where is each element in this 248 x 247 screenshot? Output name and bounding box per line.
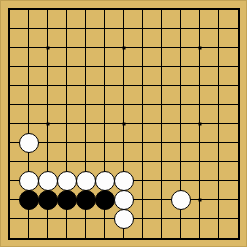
intersection[interactable] bbox=[153, 115, 172, 134]
intersection[interactable] bbox=[20, 20, 39, 39]
intersection[interactable] bbox=[1, 210, 20, 229]
white-stone[interactable] bbox=[38, 171, 58, 191]
intersection[interactable] bbox=[77, 1, 96, 20]
intersection[interactable] bbox=[1, 77, 20, 96]
intersection[interactable] bbox=[191, 77, 210, 96]
black-stone[interactable] bbox=[19, 190, 39, 210]
star-point bbox=[47, 123, 50, 126]
white-stone[interactable] bbox=[114, 209, 134, 229]
intersection[interactable] bbox=[191, 210, 210, 229]
intersection[interactable] bbox=[96, 39, 115, 58]
white-stone[interactable] bbox=[114, 171, 134, 191]
intersection[interactable] bbox=[115, 229, 134, 247]
intersection[interactable] bbox=[153, 58, 172, 77]
intersection[interactable] bbox=[115, 115, 134, 134]
intersection[interactable] bbox=[20, 115, 39, 134]
intersection[interactable] bbox=[96, 77, 115, 96]
intersection[interactable] bbox=[39, 191, 58, 210]
intersection[interactable] bbox=[39, 153, 58, 172]
intersection[interactable] bbox=[153, 210, 172, 229]
intersection[interactable] bbox=[134, 96, 153, 115]
intersection[interactable] bbox=[115, 77, 134, 96]
intersection[interactable] bbox=[229, 191, 248, 210]
intersection[interactable] bbox=[134, 1, 153, 20]
intersection[interactable] bbox=[153, 134, 172, 153]
white-stone[interactable] bbox=[19, 133, 39, 153]
intersection[interactable] bbox=[115, 153, 134, 172]
star-point bbox=[123, 47, 126, 50]
intersection[interactable] bbox=[172, 153, 191, 172]
intersection[interactable] bbox=[134, 115, 153, 134]
intersection[interactable] bbox=[39, 77, 58, 96]
intersection[interactable] bbox=[77, 39, 96, 58]
intersection[interactable] bbox=[172, 210, 191, 229]
intersection[interactable] bbox=[1, 191, 20, 210]
intersection[interactable] bbox=[58, 115, 77, 134]
intersection[interactable] bbox=[191, 134, 210, 153]
intersection[interactable] bbox=[58, 191, 77, 210]
star-point bbox=[123, 123, 126, 126]
intersection[interactable] bbox=[77, 96, 96, 115]
intersection[interactable] bbox=[134, 20, 153, 39]
intersection[interactable] bbox=[172, 134, 191, 153]
intersection[interactable] bbox=[77, 20, 96, 39]
intersection[interactable] bbox=[39, 1, 58, 20]
intersection[interactable] bbox=[115, 134, 134, 153]
intersection[interactable] bbox=[20, 39, 39, 58]
intersection[interactable] bbox=[20, 153, 39, 172]
intersection[interactable] bbox=[210, 153, 229, 172]
intersection[interactable] bbox=[77, 191, 96, 210]
intersection[interactable] bbox=[210, 1, 229, 20]
intersection[interactable] bbox=[115, 58, 134, 77]
intersection[interactable] bbox=[191, 39, 210, 58]
intersection[interactable] bbox=[115, 191, 134, 210]
intersection[interactable] bbox=[77, 77, 96, 96]
intersection[interactable] bbox=[39, 96, 58, 115]
intersection[interactable] bbox=[1, 58, 20, 77]
intersection[interactable] bbox=[58, 229, 77, 247]
intersection[interactable] bbox=[229, 134, 248, 153]
intersection[interactable] bbox=[96, 96, 115, 115]
intersection[interactable] bbox=[172, 58, 191, 77]
intersection[interactable] bbox=[58, 96, 77, 115]
intersection[interactable] bbox=[20, 172, 39, 191]
intersection[interactable] bbox=[1, 39, 20, 58]
intersection[interactable] bbox=[153, 229, 172, 247]
intersection[interactable] bbox=[58, 153, 77, 172]
intersection[interactable] bbox=[172, 229, 191, 247]
black-stone[interactable] bbox=[95, 190, 115, 210]
intersection[interactable] bbox=[77, 134, 96, 153]
intersection[interactable] bbox=[134, 134, 153, 153]
intersection[interactable] bbox=[229, 210, 248, 229]
intersection[interactable] bbox=[39, 229, 58, 247]
intersection[interactable] bbox=[191, 1, 210, 20]
intersection[interactable] bbox=[39, 58, 58, 77]
intersection[interactable] bbox=[1, 1, 20, 20]
intersection[interactable] bbox=[1, 153, 20, 172]
go-board-diagram bbox=[0, 0, 247, 247]
intersection[interactable] bbox=[58, 1, 77, 20]
intersection[interactable] bbox=[115, 96, 134, 115]
intersection[interactable] bbox=[39, 210, 58, 229]
intersection[interactable] bbox=[172, 96, 191, 115]
star-point bbox=[47, 47, 50, 50]
intersection[interactable] bbox=[191, 172, 210, 191]
intersection[interactable] bbox=[229, 77, 248, 96]
intersection[interactable] bbox=[229, 1, 248, 20]
intersection[interactable] bbox=[134, 153, 153, 172]
intersection[interactable] bbox=[96, 191, 115, 210]
intersection[interactable] bbox=[191, 115, 210, 134]
white-stone[interactable] bbox=[95, 171, 115, 191]
intersection[interactable] bbox=[210, 191, 229, 210]
intersection[interactable] bbox=[210, 229, 229, 247]
intersection[interactable] bbox=[58, 210, 77, 229]
intersection[interactable] bbox=[191, 58, 210, 77]
intersection[interactable] bbox=[20, 229, 39, 247]
intersection[interactable] bbox=[77, 172, 96, 191]
star-point bbox=[199, 199, 202, 202]
intersection[interactable] bbox=[58, 20, 77, 39]
intersection[interactable] bbox=[153, 20, 172, 39]
intersection[interactable] bbox=[210, 58, 229, 77]
intersection[interactable] bbox=[115, 172, 134, 191]
intersection[interactable] bbox=[134, 229, 153, 247]
intersection[interactable] bbox=[229, 20, 248, 39]
intersection[interactable] bbox=[134, 172, 153, 191]
white-stone[interactable] bbox=[76, 171, 96, 191]
intersection[interactable] bbox=[96, 20, 115, 39]
intersection[interactable] bbox=[20, 58, 39, 77]
intersection[interactable] bbox=[77, 153, 96, 172]
intersection[interactable] bbox=[153, 96, 172, 115]
intersection[interactable] bbox=[210, 210, 229, 229]
intersection[interactable] bbox=[229, 58, 248, 77]
intersection[interactable] bbox=[153, 191, 172, 210]
intersection[interactable] bbox=[229, 229, 248, 247]
intersection[interactable] bbox=[172, 39, 191, 58]
white-stone[interactable] bbox=[57, 171, 77, 191]
intersection[interactable] bbox=[229, 153, 248, 172]
intersection[interactable] bbox=[172, 20, 191, 39]
intersection[interactable] bbox=[58, 172, 77, 191]
black-stone[interactable] bbox=[57, 190, 77, 210]
intersection[interactable] bbox=[134, 39, 153, 58]
star-point bbox=[199, 47, 202, 50]
intersection[interactable] bbox=[115, 20, 134, 39]
black-stone[interactable] bbox=[38, 190, 58, 210]
intersection[interactable] bbox=[1, 96, 20, 115]
white-stone[interactable] bbox=[19, 171, 39, 191]
intersection[interactable] bbox=[153, 77, 172, 96]
intersection[interactable] bbox=[77, 115, 96, 134]
intersection[interactable] bbox=[20, 1, 39, 20]
intersection[interactable] bbox=[96, 172, 115, 191]
intersections bbox=[1, 1, 248, 247]
white-stone[interactable] bbox=[114, 190, 134, 210]
intersection[interactable] bbox=[172, 1, 191, 20]
intersection[interactable] bbox=[1, 229, 20, 247]
intersection[interactable] bbox=[77, 210, 96, 229]
intersection[interactable] bbox=[96, 153, 115, 172]
black-stone[interactable] bbox=[76, 190, 96, 210]
intersection[interactable] bbox=[58, 77, 77, 96]
intersection[interactable] bbox=[172, 191, 191, 210]
intersection[interactable] bbox=[77, 229, 96, 247]
intersection[interactable] bbox=[210, 134, 229, 153]
intersection[interactable] bbox=[77, 58, 96, 77]
intersection[interactable] bbox=[229, 115, 248, 134]
star-point bbox=[199, 123, 202, 126]
intersection[interactable] bbox=[58, 134, 77, 153]
intersection[interactable] bbox=[229, 96, 248, 115]
intersection[interactable] bbox=[39, 172, 58, 191]
intersection[interactable] bbox=[96, 115, 115, 134]
intersection[interactable] bbox=[210, 39, 229, 58]
intersection[interactable] bbox=[134, 77, 153, 96]
intersection[interactable] bbox=[210, 115, 229, 134]
intersection[interactable] bbox=[20, 77, 39, 96]
intersection[interactable] bbox=[153, 172, 172, 191]
intersection[interactable] bbox=[153, 153, 172, 172]
intersection[interactable] bbox=[210, 172, 229, 191]
intersection[interactable] bbox=[172, 77, 191, 96]
intersection[interactable] bbox=[191, 96, 210, 115]
intersection[interactable] bbox=[153, 1, 172, 20]
intersection[interactable] bbox=[115, 1, 134, 20]
white-stone[interactable] bbox=[171, 190, 191, 210]
intersection[interactable] bbox=[39, 39, 58, 58]
intersection[interactable] bbox=[20, 96, 39, 115]
intersection[interactable] bbox=[58, 58, 77, 77]
intersection[interactable] bbox=[96, 1, 115, 20]
intersection[interactable] bbox=[191, 229, 210, 247]
intersection[interactable] bbox=[210, 77, 229, 96]
intersection[interactable] bbox=[1, 172, 20, 191]
intersection[interactable] bbox=[1, 134, 20, 153]
intersection[interactable] bbox=[96, 134, 115, 153]
intersection[interactable] bbox=[229, 39, 248, 58]
intersection[interactable] bbox=[172, 172, 191, 191]
intersection[interactable] bbox=[1, 115, 20, 134]
intersection[interactable] bbox=[96, 210, 115, 229]
intersection[interactable] bbox=[58, 39, 77, 58]
intersection[interactable] bbox=[134, 191, 153, 210]
intersection[interactable] bbox=[153, 39, 172, 58]
intersection[interactable] bbox=[210, 96, 229, 115]
intersection[interactable] bbox=[20, 210, 39, 229]
intersection[interactable] bbox=[1, 20, 20, 39]
intersection[interactable] bbox=[229, 172, 248, 191]
intersection[interactable] bbox=[96, 58, 115, 77]
intersection[interactable] bbox=[96, 229, 115, 247]
intersection[interactable] bbox=[210, 20, 229, 39]
intersection[interactable] bbox=[134, 210, 153, 229]
intersection[interactable] bbox=[20, 134, 39, 153]
intersection[interactable] bbox=[191, 20, 210, 39]
intersection[interactable] bbox=[39, 115, 58, 134]
intersection[interactable] bbox=[172, 115, 191, 134]
intersection[interactable] bbox=[20, 191, 39, 210]
intersection[interactable] bbox=[39, 134, 58, 153]
intersection[interactable] bbox=[115, 210, 134, 229]
intersection[interactable] bbox=[191, 191, 210, 210]
intersection[interactable] bbox=[134, 58, 153, 77]
intersection[interactable] bbox=[191, 153, 210, 172]
intersection[interactable] bbox=[39, 20, 58, 39]
intersection[interactable] bbox=[115, 39, 134, 58]
